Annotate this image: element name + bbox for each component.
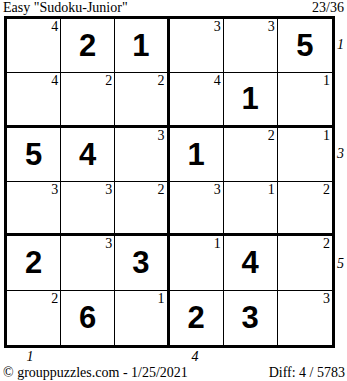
cell-r4c6[interactable]: 2 <box>278 182 332 236</box>
cell-r4c5[interactable]: 1 <box>224 182 278 236</box>
difficulty-text: Diff: 4 / 5783 <box>269 365 345 380</box>
cell-r1c4[interactable]: 3 <box>170 19 224 73</box>
cell-r3c5[interactable]: 2 <box>224 128 278 182</box>
given-digit: 3 <box>224 291 277 345</box>
corner-clue: 2 <box>323 182 330 197</box>
cell-r3c3[interactable]: 3 <box>115 128 169 182</box>
cell-r6c6[interactable]: 3 <box>278 291 332 345</box>
corner-clue: 3 <box>214 182 221 197</box>
corner-clue: 3 <box>105 236 112 251</box>
board: 421335422411543121332312233142261233 <box>4 16 335 348</box>
given-digit: 2 <box>61 19 114 72</box>
corner-clue: 3 <box>214 19 221 34</box>
corner-clue: 3 <box>158 128 165 143</box>
given-digit: 1 <box>224 73 277 124</box>
column-label-1: 1 <box>22 350 38 364</box>
given-digit: 4 <box>61 128 114 181</box>
cell-r6c2: 6 <box>61 291 115 345</box>
corner-clue: 4 <box>51 19 58 34</box>
cell-r5c1: 2 <box>7 236 61 290</box>
page-title: Easy "Sudoku-Junior" <box>3 0 128 15</box>
row-label-3: 3 <box>337 147 347 161</box>
corner-clue: 4 <box>214 73 221 88</box>
corner-clue: 3 <box>51 182 58 197</box>
cell-r4c3[interactable]: 2 <box>115 182 169 236</box>
cell-r2c2[interactable]: 2 <box>61 73 115 127</box>
given-digit: 1 <box>170 128 223 181</box>
given-digit: 2 <box>170 291 223 345</box>
cell-r6c5: 3 <box>224 291 278 345</box>
cell-r2c3[interactable]: 2 <box>115 73 169 127</box>
corner-clue: 1 <box>214 236 221 251</box>
given-digit: 2 <box>7 236 60 289</box>
given-digit: 1 <box>115 19 166 72</box>
corner-clue: 1 <box>323 73 330 88</box>
corner-clue: 2 <box>105 73 112 88</box>
cell-r5c2[interactable]: 3 <box>61 236 115 290</box>
given-digit: 5 <box>278 19 332 72</box>
cell-r4c4[interactable]: 3 <box>170 182 224 236</box>
header: Easy "Sudoku-Junior" 23/36 <box>3 0 344 15</box>
given-digit: 4 <box>224 236 277 289</box>
cell-r6c3[interactable]: 1 <box>115 291 169 345</box>
cell-r5c3: 3 <box>115 236 169 290</box>
cell-r5c6[interactable]: 2 <box>278 236 332 290</box>
cell-r6c4: 2 <box>170 291 224 345</box>
corner-clue: 2 <box>268 128 275 143</box>
cell-r3c1: 5 <box>7 128 61 182</box>
corner-clue: 2 <box>158 182 165 197</box>
cell-r6c1[interactable]: 2 <box>7 291 61 345</box>
corner-clue: 2 <box>323 236 330 251</box>
puzzle-page: Easy "Sudoku-Junior" 23/36 4213354224115… <box>0 0 347 381</box>
corner-clue: 1 <box>268 182 275 197</box>
cell-r2c5: 1 <box>224 73 278 127</box>
cell-r2c4[interactable]: 4 <box>170 73 224 127</box>
corner-clue: 1 <box>158 291 165 306</box>
cell-r1c1[interactable]: 4 <box>7 19 61 73</box>
cell-r4c1[interactable]: 3 <box>7 182 61 236</box>
cell-r1c2: 2 <box>61 19 115 73</box>
footer: © grouppuzzles.com - 1/25/2021 Diff: 4 /… <box>3 365 345 380</box>
cell-r1c6: 5 <box>278 19 332 73</box>
row-label-5: 5 <box>337 257 347 271</box>
cell-r5c4[interactable]: 1 <box>170 236 224 290</box>
column-label-4: 4 <box>187 350 203 364</box>
corner-clue: 2 <box>158 73 165 88</box>
cell-r3c2: 4 <box>61 128 115 182</box>
cell-r4c2[interactable]: 3 <box>61 182 115 236</box>
corner-clue: 2 <box>51 291 58 306</box>
corner-clue: 3 <box>323 291 330 306</box>
cell-r3c6[interactable]: 1 <box>278 128 332 182</box>
row-label-1: 1 <box>337 38 347 52</box>
corner-clue: 4 <box>51 73 58 88</box>
page-counter: 23/36 <box>312 0 344 15</box>
cell-r5c5: 4 <box>224 236 278 290</box>
corner-clue: 1 <box>323 128 330 143</box>
cell-r2c6[interactable]: 1 <box>278 73 332 127</box>
cell-r1c5[interactable]: 3 <box>224 19 278 73</box>
given-digit: 6 <box>61 291 114 345</box>
given-digit: 5 <box>7 128 60 181</box>
copyright-text: © grouppuzzles.com - 1/25/2021 <box>3 365 188 380</box>
cell-r3c4: 1 <box>170 128 224 182</box>
given-digit: 3 <box>115 236 166 289</box>
corner-clue: 3 <box>105 182 112 197</box>
cell-r1c3: 1 <box>115 19 169 73</box>
corner-clue: 3 <box>268 19 275 34</box>
cell-r2c1[interactable]: 4 <box>7 73 61 127</box>
